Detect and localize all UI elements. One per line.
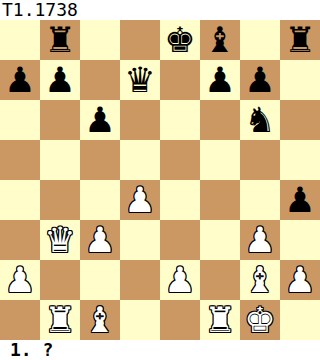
black-rook[interactable]: ♜	[284, 20, 315, 60]
square-d2[interactable]	[120, 260, 160, 300]
white-rook[interactable]: ♜	[44, 300, 75, 340]
square-c1[interactable]: ♝	[80, 300, 120, 340]
square-e4[interactable]	[160, 180, 200, 220]
square-b8[interactable]: ♜	[40, 20, 80, 60]
square-c2[interactable]	[80, 260, 120, 300]
square-c6[interactable]: ♟	[80, 100, 120, 140]
square-b5[interactable]	[40, 140, 80, 180]
square-d1[interactable]	[120, 300, 160, 340]
black-pawn[interactable]: ♟	[84, 100, 115, 140]
square-g3[interactable]: ♟	[240, 220, 280, 260]
move-prompt: 1. ?	[0, 340, 320, 360]
white-bishop[interactable]: ♝	[84, 300, 115, 340]
black-bishop[interactable]: ♝	[204, 20, 235, 60]
square-e5[interactable]	[160, 140, 200, 180]
square-b1[interactable]: ♜	[40, 300, 80, 340]
square-g5[interactable]	[240, 140, 280, 180]
white-rook[interactable]: ♜	[204, 300, 235, 340]
square-a4[interactable]	[0, 180, 40, 220]
square-e3[interactable]	[160, 220, 200, 260]
square-h7[interactable]	[280, 60, 320, 100]
black-pawn[interactable]: ♟	[284, 180, 315, 220]
square-b2[interactable]	[40, 260, 80, 300]
square-h2[interactable]: ♟	[280, 260, 320, 300]
square-f2[interactable]	[200, 260, 240, 300]
white-king[interactable]: ♚	[244, 300, 275, 340]
square-e8[interactable]: ♚	[160, 20, 200, 60]
square-a3[interactable]	[0, 220, 40, 260]
square-d4[interactable]: ♟	[120, 180, 160, 220]
black-pawn[interactable]: ♟	[204, 60, 235, 100]
square-c8[interactable]	[80, 20, 120, 60]
square-g7[interactable]: ♟	[240, 60, 280, 100]
puzzle-title: T1.1738	[0, 0, 320, 20]
square-h3[interactable]	[280, 220, 320, 260]
square-a1[interactable]	[0, 300, 40, 340]
white-pawn[interactable]: ♟	[284, 260, 315, 300]
square-h1[interactable]	[280, 300, 320, 340]
chess-puzzle-diagram: T1.1738 ♜♚♝♜♟♟♛♟♟♟♞♟♟♛♟♟♟♟♝♟♜♝♜♚ 1. ?	[0, 0, 320, 360]
black-pawn[interactable]: ♟	[244, 60, 275, 100]
square-a2[interactable]: ♟	[0, 260, 40, 300]
square-g4[interactable]	[240, 180, 280, 220]
square-f7[interactable]: ♟	[200, 60, 240, 100]
square-f3[interactable]	[200, 220, 240, 260]
square-h5[interactable]	[280, 140, 320, 180]
white-pawn[interactable]: ♟	[244, 220, 275, 260]
square-d5[interactable]	[120, 140, 160, 180]
square-g8[interactable]	[240, 20, 280, 60]
square-e2[interactable]: ♟	[160, 260, 200, 300]
square-g2[interactable]: ♝	[240, 260, 280, 300]
square-d7[interactable]: ♛	[120, 60, 160, 100]
black-king[interactable]: ♚	[164, 20, 195, 60]
square-d3[interactable]	[120, 220, 160, 260]
black-pawn[interactable]: ♟	[44, 60, 75, 100]
chess-board: ♜♚♝♜♟♟♛♟♟♟♞♟♟♛♟♟♟♟♝♟♜♝♜♚	[0, 20, 320, 340]
square-d8[interactable]	[120, 20, 160, 60]
square-b4[interactable]	[40, 180, 80, 220]
black-knight[interactable]: ♞	[244, 100, 275, 140]
square-g1[interactable]: ♚	[240, 300, 280, 340]
square-b7[interactable]: ♟	[40, 60, 80, 100]
white-pawn[interactable]: ♟	[124, 180, 155, 220]
square-g6[interactable]: ♞	[240, 100, 280, 140]
square-c4[interactable]	[80, 180, 120, 220]
white-bishop[interactable]: ♝	[244, 260, 275, 300]
square-e1[interactable]	[160, 300, 200, 340]
square-b3[interactable]: ♛	[40, 220, 80, 260]
square-f1[interactable]: ♜	[200, 300, 240, 340]
square-a6[interactable]	[0, 100, 40, 140]
square-a5[interactable]	[0, 140, 40, 180]
square-h4[interactable]: ♟	[280, 180, 320, 220]
square-c5[interactable]	[80, 140, 120, 180]
square-d6[interactable]	[120, 100, 160, 140]
white-pawn[interactable]: ♟	[164, 260, 195, 300]
square-a7[interactable]: ♟	[0, 60, 40, 100]
square-h8[interactable]: ♜	[280, 20, 320, 60]
square-e6[interactable]	[160, 100, 200, 140]
black-rook[interactable]: ♜	[44, 20, 75, 60]
square-e7[interactable]	[160, 60, 200, 100]
square-c7[interactable]	[80, 60, 120, 100]
black-pawn[interactable]: ♟	[4, 60, 35, 100]
square-b6[interactable]	[40, 100, 80, 140]
square-f6[interactable]	[200, 100, 240, 140]
square-f4[interactable]	[200, 180, 240, 220]
square-c3[interactable]: ♟	[80, 220, 120, 260]
black-queen[interactable]: ♛	[124, 60, 155, 100]
white-pawn[interactable]: ♟	[84, 220, 115, 260]
square-h6[interactable]	[280, 100, 320, 140]
square-a8[interactable]	[0, 20, 40, 60]
square-f5[interactable]	[200, 140, 240, 180]
white-pawn[interactable]: ♟	[4, 260, 35, 300]
white-queen[interactable]: ♛	[44, 220, 75, 260]
square-f8[interactable]: ♝	[200, 20, 240, 60]
